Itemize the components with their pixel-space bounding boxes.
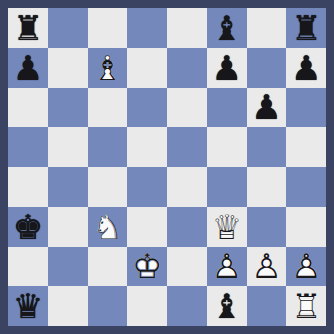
black-piece-body: ♛ [8, 286, 48, 326]
square-g8[interactable] [247, 8, 287, 48]
square-g2[interactable]: ♟♙ [247, 247, 287, 287]
square-c4[interactable] [88, 167, 128, 207]
white-piece-outline: ♖ [286, 286, 326, 326]
square-h3[interactable] [286, 207, 326, 247]
black-bishop-piece[interactable]: ♝ [207, 286, 247, 326]
square-d3[interactable] [127, 207, 167, 247]
black-piece-body: ♝ [207, 286, 247, 326]
square-f2[interactable]: ♟♙ [207, 247, 247, 287]
square-g1[interactable] [247, 286, 287, 326]
square-e2[interactable] [167, 247, 207, 287]
square-h6[interactable] [286, 88, 326, 128]
white-rook-piece[interactable]: ♜♖ [286, 286, 326, 326]
square-e1[interactable] [167, 286, 207, 326]
white-piece-outline: ♔ [127, 247, 167, 287]
white-queen-piece[interactable]: ♛♕ [207, 207, 247, 247]
white-pawn-piece[interactable]: ♟♙ [286, 247, 326, 287]
square-e8[interactable] [167, 8, 207, 48]
black-pawn-piece[interactable]: ♟ [286, 48, 326, 88]
white-piece-outline: ♗ [88, 48, 128, 88]
black-pawn-piece[interactable]: ♟ [207, 48, 247, 88]
square-f1[interactable]: ♝ [207, 286, 247, 326]
white-knight-piece[interactable]: ♞♘ [88, 207, 128, 247]
square-g5[interactable] [247, 127, 287, 167]
black-bishop-piece[interactable]: ♝ [207, 8, 247, 48]
black-king-piece[interactable]: ♚ [8, 207, 48, 247]
square-g4[interactable] [247, 167, 287, 207]
square-h5[interactable] [286, 127, 326, 167]
square-d2[interactable]: ♚♔ [127, 247, 167, 287]
square-f3[interactable]: ♛♕ [207, 207, 247, 247]
square-e4[interactable] [167, 167, 207, 207]
square-f8[interactable]: ♝ [207, 8, 247, 48]
square-h2[interactable]: ♟♙ [286, 247, 326, 287]
black-piece-body: ♚ [8, 207, 48, 247]
black-rook-piece[interactable]: ♜ [8, 8, 48, 48]
square-a4[interactable] [8, 167, 48, 207]
black-pawn-piece[interactable]: ♟ [247, 88, 287, 128]
black-piece-body: ♝ [207, 8, 247, 48]
square-b6[interactable] [48, 88, 88, 128]
square-b3[interactable] [48, 207, 88, 247]
square-b5[interactable] [48, 127, 88, 167]
square-f5[interactable] [207, 127, 247, 167]
black-piece-body: ♟ [8, 48, 48, 88]
square-c7[interactable]: ♝♗ [88, 48, 128, 88]
square-a5[interactable] [8, 127, 48, 167]
square-a1[interactable]: ♛ [8, 286, 48, 326]
square-g7[interactable] [247, 48, 287, 88]
square-h4[interactable] [286, 167, 326, 207]
square-e5[interactable] [167, 127, 207, 167]
white-piece-outline: ♙ [207, 247, 247, 287]
square-b4[interactable] [48, 167, 88, 207]
black-queen-piece[interactable]: ♛ [8, 286, 48, 326]
black-rook-piece[interactable]: ♜ [286, 8, 326, 48]
square-c8[interactable] [88, 8, 128, 48]
square-g6[interactable]: ♟ [247, 88, 287, 128]
square-d1[interactable] [127, 286, 167, 326]
square-d7[interactable] [127, 48, 167, 88]
white-bishop-piece[interactable]: ♝♗ [88, 48, 128, 88]
square-d8[interactable] [127, 8, 167, 48]
square-g3[interactable] [247, 207, 287, 247]
black-piece-body: ♟ [286, 48, 326, 88]
black-piece-body: ♟ [207, 48, 247, 88]
square-c3[interactable]: ♞♘ [88, 207, 128, 247]
white-pawn-piece[interactable]: ♟♙ [207, 247, 247, 287]
square-h7[interactable]: ♟ [286, 48, 326, 88]
square-c2[interactable] [88, 247, 128, 287]
square-c6[interactable] [88, 88, 128, 128]
square-h8[interactable]: ♜ [286, 8, 326, 48]
chess-board: ♜♝♜♟♝♗♟♟♟♚♞♘♛♕♚♔♟♙♟♙♟♙♛♝♜♖ [8, 8, 326, 326]
square-f7[interactable]: ♟ [207, 48, 247, 88]
square-e7[interactable] [167, 48, 207, 88]
square-h1[interactable]: ♜♖ [286, 286, 326, 326]
square-c1[interactable] [88, 286, 128, 326]
square-b7[interactable] [48, 48, 88, 88]
square-f6[interactable] [207, 88, 247, 128]
square-a3[interactable]: ♚ [8, 207, 48, 247]
black-pawn-piece[interactable]: ♟ [8, 48, 48, 88]
chess-board-frame: ♜♝♜♟♝♗♟♟♟♚♞♘♛♕♚♔♟♙♟♙♟♙♛♝♜♖ [0, 0, 334, 334]
white-piece-outline: ♙ [247, 247, 287, 287]
square-d5[interactable] [127, 127, 167, 167]
black-piece-body: ♜ [8, 8, 48, 48]
square-f4[interactable] [207, 167, 247, 207]
white-piece-outline: ♘ [88, 207, 128, 247]
square-e6[interactable] [167, 88, 207, 128]
square-a7[interactable]: ♟ [8, 48, 48, 88]
square-e3[interactable] [167, 207, 207, 247]
white-king-piece[interactable]: ♚♔ [127, 247, 167, 287]
square-a8[interactable]: ♜ [8, 8, 48, 48]
black-piece-body: ♟ [247, 88, 287, 128]
square-d6[interactable] [127, 88, 167, 128]
square-a6[interactable] [8, 88, 48, 128]
square-d4[interactable] [127, 167, 167, 207]
white-piece-outline: ♕ [207, 207, 247, 247]
white-piece-outline: ♙ [286, 247, 326, 287]
black-piece-body: ♜ [286, 8, 326, 48]
square-b8[interactable] [48, 8, 88, 48]
square-b1[interactable] [48, 286, 88, 326]
square-b2[interactable] [48, 247, 88, 287]
white-pawn-piece[interactable]: ♟♙ [247, 247, 287, 287]
square-c5[interactable] [88, 127, 128, 167]
square-a2[interactable] [8, 247, 48, 287]
